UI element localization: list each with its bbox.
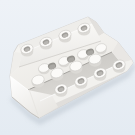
lego-brick-photo [0, 0, 135, 135]
product-photo [0, 0, 135, 135]
